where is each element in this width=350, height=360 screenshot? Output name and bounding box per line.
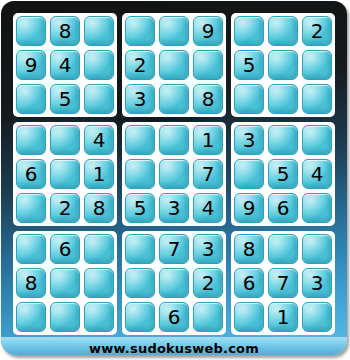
cell-r1c5[interactable] [159,16,189,46]
cell-r3c6[interactable]: 8 [193,84,223,114]
cell-r1c6[interactable]: 9 [193,16,223,46]
site-url: www.sudokusweb.com [89,341,259,355]
cell-r5c1[interactable]: 6 [16,159,46,189]
cell-r7c3[interactable] [84,234,114,264]
cell-r8c4[interactable] [125,268,155,298]
cell-r7c8[interactable] [268,234,298,264]
footer-bar: www.sudokusweb.com [1,337,347,355]
box-2-2: 17534 [122,122,226,226]
cell-r9c4[interactable] [125,302,155,332]
cell-r7c6[interactable]: 3 [193,234,223,264]
cell-r8c9[interactable]: 3 [302,268,332,298]
box-1-1: 8945 [13,13,117,117]
cell-r4c7[interactable]: 3 [234,125,264,155]
cell-r3c4[interactable]: 3 [125,84,155,114]
cell-r8c6[interactable]: 2 [193,268,223,298]
cell-r9c8[interactable]: 1 [268,302,298,332]
cell-r1c1[interactable] [16,16,46,46]
cell-r4c5[interactable] [159,125,189,155]
cell-r3c1[interactable] [16,84,46,114]
cell-r6c9[interactable] [302,193,332,223]
cell-r9c7[interactable] [234,302,264,332]
cell-r9c9[interactable] [302,302,332,332]
cell-r5c5[interactable] [159,159,189,189]
cell-r2c7[interactable]: 5 [234,50,264,80]
cell-r5c4[interactable] [125,159,155,189]
cell-r2c8[interactable] [268,50,298,80]
cell-r2c2[interactable]: 4 [50,50,80,80]
box-1-3: 25 [231,13,335,117]
cell-r4c9[interactable] [302,125,332,155]
cell-r2c3[interactable] [84,50,114,80]
cell-r1c9[interactable]: 2 [302,16,332,46]
cell-r2c5[interactable] [159,50,189,80]
cell-r7c7[interactable]: 8 [234,234,264,264]
cell-r2c1[interactable]: 9 [16,50,46,80]
box-2-1: 46128 [13,122,117,226]
cell-r3c9[interactable] [302,84,332,114]
cell-r9c5[interactable]: 6 [159,302,189,332]
cell-r7c5[interactable]: 7 [159,234,189,264]
cell-r6c6[interactable]: 4 [193,193,223,223]
cell-r9c6[interactable] [193,302,223,332]
cell-r6c5[interactable]: 3 [159,193,189,223]
cell-r1c3[interactable] [84,16,114,46]
cell-r7c2[interactable]: 6 [50,234,80,264]
cell-r3c7[interactable] [234,84,264,114]
cell-r6c1[interactable] [16,193,46,223]
cell-r1c8[interactable] [268,16,298,46]
cell-r9c3[interactable] [84,302,114,332]
cell-r1c2[interactable]: 8 [50,16,80,46]
cell-r2c9[interactable] [302,50,332,80]
cell-r9c2[interactable] [50,302,80,332]
cell-r4c8[interactable] [268,125,298,155]
cell-r4c6[interactable]: 1 [193,125,223,155]
cell-r3c3[interactable] [84,84,114,114]
cell-r5c2[interactable] [50,159,80,189]
cell-r6c8[interactable]: 6 [268,193,298,223]
cell-r6c2[interactable]: 2 [50,193,80,223]
cell-r5c7[interactable] [234,159,264,189]
box-1-2: 9238 [122,13,226,117]
cell-r7c4[interactable] [125,234,155,264]
cell-r8c8[interactable]: 7 [268,268,298,298]
cell-r2c6[interactable] [193,50,223,80]
cell-r5c6[interactable]: 7 [193,159,223,189]
cell-r6c7[interactable]: 9 [234,193,264,223]
cell-r1c7[interactable] [234,16,264,46]
cell-r3c8[interactable] [268,84,298,114]
cell-r6c4[interactable]: 5 [125,193,155,223]
cell-r8c7[interactable]: 6 [234,268,264,298]
cell-r9c1[interactable] [16,302,46,332]
cell-r5c8[interactable]: 5 [268,159,298,189]
cell-r4c3[interactable]: 4 [84,125,114,155]
cell-r5c9[interactable]: 4 [302,159,332,189]
sudoku-board: 894592382546128175343549668732686731 www… [1,1,347,355]
cell-r7c1[interactable] [16,234,46,264]
box-3-1: 68 [13,231,117,335]
box-3-2: 7326 [122,231,226,335]
cell-r7c9[interactable] [302,234,332,264]
box-2-3: 35496 [231,122,335,226]
cell-r3c5[interactable] [159,84,189,114]
cell-r4c2[interactable] [50,125,80,155]
sudoku-grid: 894592382546128175343549668732686731 [13,13,335,335]
cell-r8c2[interactable] [50,268,80,298]
cell-r8c1[interactable]: 8 [16,268,46,298]
cell-r4c1[interactable] [16,125,46,155]
cell-r8c5[interactable] [159,268,189,298]
cell-r3c2[interactable]: 5 [50,84,80,114]
box-3-3: 86731 [231,231,335,335]
cell-r4c4[interactable] [125,125,155,155]
cell-r2c4[interactable]: 2 [125,50,155,80]
cell-r5c3[interactable]: 1 [84,159,114,189]
cell-r1c4[interactable] [125,16,155,46]
cell-r8c3[interactable] [84,268,114,298]
cell-r6c3[interactable]: 8 [84,193,114,223]
